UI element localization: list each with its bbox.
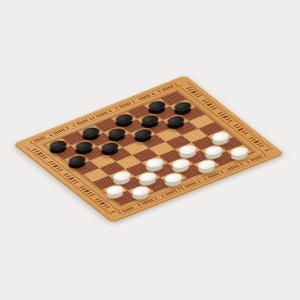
photo-background [0,0,300,300]
checkers-board [13,75,285,223]
playing-field [44,91,254,205]
